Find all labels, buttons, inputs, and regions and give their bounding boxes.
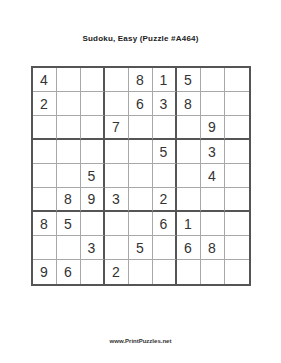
cell-r6c9 <box>225 188 249 212</box>
cell-r5c6 <box>153 164 177 188</box>
cell-r3c8: 9 <box>201 116 225 140</box>
cell-r3c7 <box>177 116 201 140</box>
cell-r7c8 <box>201 212 225 236</box>
cell-r3c3 <box>81 116 105 140</box>
cell-r8c8: 8 <box>201 236 225 260</box>
cell-r9c7 <box>177 260 201 284</box>
cell-r5c1 <box>33 164 57 188</box>
cell-r3c4: 7 <box>105 116 129 140</box>
cell-r6c8 <box>201 188 225 212</box>
cell-r8c3: 3 <box>81 236 105 260</box>
cell-r8c1 <box>33 236 57 260</box>
sudoku-grid: 48152638795354893285613568962 <box>31 66 251 286</box>
cell-r6c6: 2 <box>153 188 177 212</box>
cell-r8c9 <box>225 236 249 260</box>
cell-r8c5: 5 <box>129 236 153 260</box>
footer-url: www.PrintPuzzles.net <box>0 338 281 344</box>
cell-r5c8: 4 <box>201 164 225 188</box>
cell-r4c5 <box>129 140 153 164</box>
cell-r9c3 <box>81 260 105 284</box>
cell-r9c9 <box>225 260 249 284</box>
cell-r9c8 <box>201 260 225 284</box>
cell-r6c4: 3 <box>105 188 129 212</box>
cell-r8c2 <box>57 236 81 260</box>
cell-r7c4 <box>105 212 129 236</box>
puzzle-title: Sudoku, Easy (Puzzle #A464) <box>0 34 281 43</box>
cell-r5c5 <box>129 164 153 188</box>
cell-r7c1: 8 <box>33 212 57 236</box>
cell-r3c1 <box>33 116 57 140</box>
cell-r9c1: 9 <box>33 260 57 284</box>
cell-r2c1: 2 <box>33 92 57 116</box>
cell-r1c5: 8 <box>129 68 153 92</box>
cell-r2c4 <box>105 92 129 116</box>
cell-r9c4: 2 <box>105 260 129 284</box>
cell-r4c4 <box>105 140 129 164</box>
cell-r5c4 <box>105 164 129 188</box>
cell-r7c7: 1 <box>177 212 201 236</box>
cell-r3c6 <box>153 116 177 140</box>
cell-r2c8 <box>201 92 225 116</box>
cell-r8c4 <box>105 236 129 260</box>
cell-r8c6 <box>153 236 177 260</box>
cell-r5c9 <box>225 164 249 188</box>
cell-r6c5 <box>129 188 153 212</box>
cell-r4c9 <box>225 140 249 164</box>
cell-r5c3: 5 <box>81 164 105 188</box>
cell-r2c3 <box>81 92 105 116</box>
cell-r4c8: 3 <box>201 140 225 164</box>
cell-r9c6 <box>153 260 177 284</box>
sudoku-board-container: 48152638795354893285613568962 <box>31 66 251 286</box>
cell-r9c2: 6 <box>57 260 81 284</box>
cell-r3c5 <box>129 116 153 140</box>
cell-r6c1 <box>33 188 57 212</box>
cell-r7c6: 6 <box>153 212 177 236</box>
cell-r1c4 <box>105 68 129 92</box>
cell-r3c2 <box>57 116 81 140</box>
cell-r2c9 <box>225 92 249 116</box>
cell-r3c9 <box>225 116 249 140</box>
cell-r5c2 <box>57 164 81 188</box>
cell-r1c7: 5 <box>177 68 201 92</box>
cell-r4c3 <box>81 140 105 164</box>
cell-r8c7: 6 <box>177 236 201 260</box>
cell-r4c6: 5 <box>153 140 177 164</box>
cell-r1c1: 4 <box>33 68 57 92</box>
cell-r1c2 <box>57 68 81 92</box>
cell-r2c2 <box>57 92 81 116</box>
cell-r7c9 <box>225 212 249 236</box>
cell-r1c6: 1 <box>153 68 177 92</box>
cell-r6c2: 8 <box>57 188 81 212</box>
cell-r4c1 <box>33 140 57 164</box>
cell-r1c8 <box>201 68 225 92</box>
cell-r2c6: 3 <box>153 92 177 116</box>
puzzle-page: Sudoku, Easy (Puzzle #A464) 481526387953… <box>0 0 281 363</box>
cell-r7c2: 5 <box>57 212 81 236</box>
cell-r6c3: 9 <box>81 188 105 212</box>
cell-r1c9 <box>225 68 249 92</box>
cell-r2c5: 6 <box>129 92 153 116</box>
cell-r9c5 <box>129 260 153 284</box>
cell-r2c7: 8 <box>177 92 201 116</box>
cell-r4c7 <box>177 140 201 164</box>
cell-r6c7 <box>177 188 201 212</box>
cell-r7c3 <box>81 212 105 236</box>
cell-r4c2 <box>57 140 81 164</box>
cell-r1c3 <box>81 68 105 92</box>
cell-r7c5 <box>129 212 153 236</box>
cell-r5c7 <box>177 164 201 188</box>
